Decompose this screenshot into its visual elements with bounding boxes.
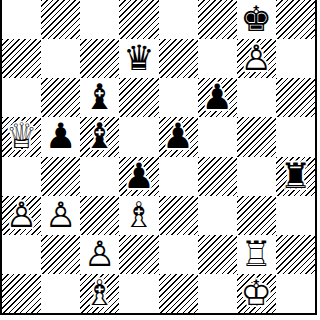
square-h7[interactable] <box>276 39 315 78</box>
square-d7[interactable]: ♛ <box>119 39 158 78</box>
pawn-glyph: ♙ <box>2 196 41 235</box>
white-bishop[interactable]: ♝♗ <box>80 274 119 313</box>
square-f7[interactable] <box>198 39 237 78</box>
square-h3[interactable] <box>276 196 315 235</box>
square-h1[interactable] <box>276 274 315 313</box>
chess-board: ♚♛♟♙♝♟♛♕♟♝♟♟♜♟♙♟♙♝♗♟♙♜♖♝♗♚♔ <box>2 0 315 313</box>
square-h4[interactable]: ♜ <box>276 157 315 196</box>
square-h2[interactable] <box>276 235 315 274</box>
square-e7[interactable] <box>159 39 198 78</box>
square-c7[interactable] <box>80 39 119 78</box>
square-b3[interactable]: ♟♙ <box>41 196 80 235</box>
square-d5[interactable] <box>119 117 158 156</box>
square-e8[interactable] <box>159 0 198 39</box>
square-e3[interactable] <box>159 196 198 235</box>
white-queen[interactable]: ♛♕ <box>2 117 41 156</box>
square-a8[interactable] <box>2 0 41 39</box>
square-a3[interactable]: ♟♙ <box>2 196 41 235</box>
king-glyph: ♔ <box>237 274 276 313</box>
square-g2[interactable]: ♜♖ <box>237 235 276 274</box>
square-c5[interactable]: ♝ <box>80 117 119 156</box>
square-e6[interactable] <box>159 78 198 117</box>
pawn-glyph: ♟ <box>41 117 80 156</box>
square-g8[interactable]: ♚ <box>237 0 276 39</box>
square-f6[interactable]: ♟ <box>198 78 237 117</box>
square-a2[interactable] <box>2 235 41 274</box>
white-king[interactable]: ♚♔ <box>237 274 276 313</box>
square-f1[interactable] <box>198 274 237 313</box>
square-g6[interactable] <box>237 78 276 117</box>
rook-glyph: ♜ <box>276 157 315 196</box>
queen-glyph: ♛ <box>119 39 158 78</box>
square-d4[interactable]: ♟ <box>119 157 158 196</box>
square-c2[interactable]: ♟♙ <box>80 235 119 274</box>
square-b2[interactable] <box>41 235 80 274</box>
square-e2[interactable] <box>159 235 198 274</box>
pawn-glyph: ♟ <box>198 78 237 117</box>
square-b5[interactable]: ♟ <box>41 117 80 156</box>
square-f8[interactable] <box>198 0 237 39</box>
pawn-glyph: ♟ <box>159 117 198 156</box>
white-pawn[interactable]: ♟♙ <box>237 39 276 78</box>
bishop-glyph: ♗ <box>80 274 119 313</box>
rook-glyph: ♖ <box>237 235 276 274</box>
square-a7[interactable] <box>2 39 41 78</box>
square-c4[interactable] <box>80 157 119 196</box>
black-bishop[interactable]: ♝ <box>80 117 119 156</box>
bishop-glyph: ♗ <box>119 196 158 235</box>
square-a6[interactable] <box>2 78 41 117</box>
black-rook[interactable]: ♜ <box>276 157 315 196</box>
white-rook[interactable]: ♜♖ <box>237 235 276 274</box>
square-g7[interactable]: ♟♙ <box>237 39 276 78</box>
square-b7[interactable] <box>41 39 80 78</box>
pawn-glyph: ♙ <box>41 196 80 235</box>
square-d8[interactable] <box>119 0 158 39</box>
king-glyph: ♚ <box>237 0 276 39</box>
black-pawn[interactable]: ♟ <box>41 117 80 156</box>
square-a5[interactable]: ♛♕ <box>2 117 41 156</box>
square-d3[interactable]: ♝♗ <box>119 196 158 235</box>
square-h5[interactable] <box>276 117 315 156</box>
white-pawn[interactable]: ♟♙ <box>80 235 119 274</box>
queen-glyph: ♕ <box>2 117 41 156</box>
square-f5[interactable] <box>198 117 237 156</box>
pawn-glyph: ♙ <box>80 235 119 274</box>
square-h6[interactable] <box>276 78 315 117</box>
white-pawn[interactable]: ♟♙ <box>2 196 41 235</box>
square-e1[interactable] <box>159 274 198 313</box>
square-b8[interactable] <box>41 0 80 39</box>
square-e5[interactable]: ♟ <box>159 117 198 156</box>
square-h8[interactable] <box>276 0 315 39</box>
square-c6[interactable]: ♝ <box>80 78 119 117</box>
square-b1[interactable] <box>41 274 80 313</box>
black-pawn[interactable]: ♟ <box>159 117 198 156</box>
square-c3[interactable] <box>80 196 119 235</box>
square-g3[interactable] <box>237 196 276 235</box>
square-f2[interactable] <box>198 235 237 274</box>
bishop-glyph: ♝ <box>80 78 119 117</box>
square-d6[interactable] <box>119 78 158 117</box>
black-pawn[interactable]: ♟ <box>119 157 158 196</box>
bishop-glyph: ♝ <box>80 117 119 156</box>
square-g5[interactable] <box>237 117 276 156</box>
square-f3[interactable] <box>198 196 237 235</box>
chess-diagram: ♚♛♟♙♝♟♛♕♟♝♟♟♜♟♙♟♙♝♗♟♙♜♖♝♗♚♔ <box>0 0 320 320</box>
white-pawn[interactable]: ♟♙ <box>41 196 80 235</box>
square-g4[interactable] <box>237 157 276 196</box>
square-d2[interactable] <box>119 235 158 274</box>
pawn-glyph: ♙ <box>237 39 276 78</box>
square-f4[interactable] <box>198 157 237 196</box>
black-queen[interactable]: ♛ <box>119 39 158 78</box>
square-a1[interactable] <box>2 274 41 313</box>
square-c8[interactable] <box>80 0 119 39</box>
square-b4[interactable] <box>41 157 80 196</box>
black-king[interactable]: ♚ <box>237 0 276 39</box>
white-bishop[interactable]: ♝♗ <box>119 196 158 235</box>
square-e4[interactable] <box>159 157 198 196</box>
square-a4[interactable] <box>2 157 41 196</box>
square-d1[interactable] <box>119 274 158 313</box>
square-c1[interactable]: ♝♗ <box>80 274 119 313</box>
square-b6[interactable] <box>41 78 80 117</box>
board-frame: ♚♛♟♙♝♟♛♕♟♝♟♟♜♟♙♟♙♝♗♟♙♜♖♝♗♚♔ <box>0 0 317 315</box>
square-g1[interactable]: ♚♔ <box>237 274 276 313</box>
black-bishop[interactable]: ♝ <box>80 78 119 117</box>
pawn-glyph: ♟ <box>119 157 158 196</box>
black-pawn[interactable]: ♟ <box>198 78 237 117</box>
